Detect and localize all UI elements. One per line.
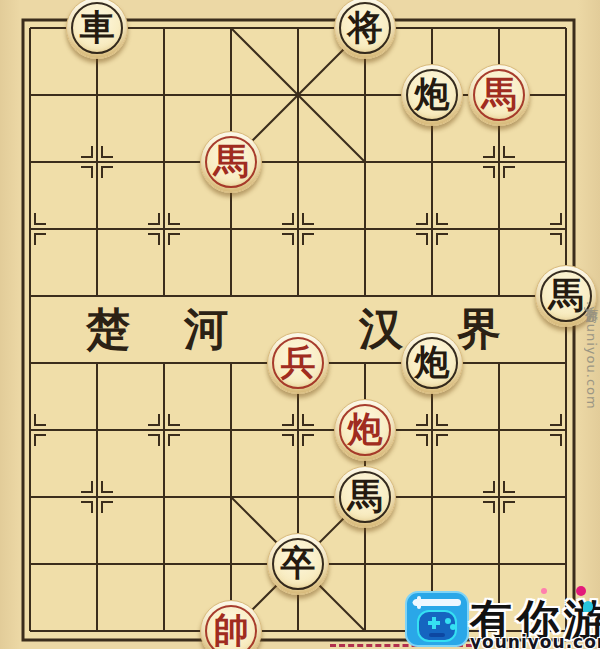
piece-red-soldier[interactable]: 兵 bbox=[267, 332, 329, 394]
piece-glyph: 兵 bbox=[281, 345, 316, 380]
piece-glyph: 卒 bbox=[281, 546, 316, 581]
piece-glyph: 馬 bbox=[348, 479, 383, 514]
piece-red-horse-1[interactable]: 馬 bbox=[468, 64, 530, 126]
piece-black-general[interactable]: 将 bbox=[334, 0, 396, 59]
gamepad-icon bbox=[405, 591, 469, 649]
piece-glyph: 帥 bbox=[214, 613, 249, 648]
piece-black-cannon-1[interactable]: 炮 bbox=[401, 64, 463, 126]
side-watermark: 有你游.youniyou.com bbox=[582, 298, 600, 448]
piece-glyph: 炮 bbox=[348, 412, 383, 447]
piece-black-cannon-2[interactable]: 炮 bbox=[401, 332, 463, 394]
piece-black-horse-2[interactable]: 馬 bbox=[334, 466, 396, 528]
piece-black-chariot[interactable]: 車 bbox=[66, 0, 128, 59]
xiangqi-screenshot: 楚河 汉界 車将炮馬馬馬兵炮炮馬卒帥 有你游.youniyou.com 有你游 … bbox=[0, 0, 600, 649]
piece-glyph: 馬 bbox=[214, 144, 249, 179]
watermark-url-text: youniyou.com bbox=[470, 632, 600, 649]
piece-glyph: 将 bbox=[348, 10, 383, 45]
piece-glyph: 車 bbox=[80, 10, 115, 45]
piece-layer: 車将炮馬馬馬兵炮炮馬卒帥 bbox=[0, 0, 600, 649]
side-watermark-url: .youniyou.com bbox=[584, 301, 599, 410]
piece-red-cannon[interactable]: 炮 bbox=[334, 399, 396, 461]
deco-dot-magenta bbox=[576, 586, 586, 596]
piece-glyph: 馬 bbox=[482, 77, 517, 112]
piece-red-horse-2[interactable]: 馬 bbox=[200, 131, 262, 193]
piece-black-soldier[interactable]: 卒 bbox=[267, 533, 329, 595]
piece-glyph: 炮 bbox=[415, 345, 450, 380]
piece-glyph: 馬 bbox=[549, 278, 584, 313]
deco-dot-pink bbox=[541, 588, 547, 594]
piece-red-general[interactable]: 帥 bbox=[200, 600, 262, 649]
deco-dot-cyan bbox=[583, 601, 593, 612]
piece-glyph: 炮 bbox=[415, 77, 450, 112]
